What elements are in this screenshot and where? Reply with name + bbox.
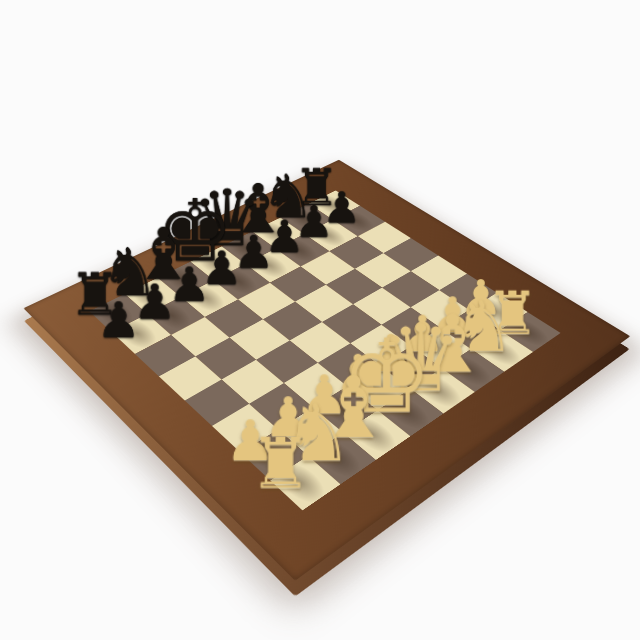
chessboard-scene: ♜♟♟♜♞♟♟♞♝♟♟♝♛♟♟♛♚♟♟♚♝♟♟♝♞♟♟♞♜♟♟♜ <box>0 0 640 640</box>
board-grid: ♜♟♟♜♞♟♟♞♝♟♟♝♛♟♟♛♚♟♟♚♝♟♟♝♞♟♟♞♜♟♟♜ <box>89 190 560 510</box>
product-photo: ♜♟♟♜♞♟♟♞♝♟♟♝♛♟♟♛♚♟♟♚♝♟♟♝♞♟♟♞♜♟♟♜ <box>0 0 640 640</box>
piece-white-rook: ♜ <box>237 428 324 498</box>
board-frame: ♜♟♟♜♞♟♟♞♝♟♟♝♛♟♟♛♚♟♟♚♝♟♟♝♞♟♟♞♜♟♟♜ <box>23 160 630 581</box>
piece-black-pawn: ♟ <box>88 295 150 344</box>
chessboard: ♜♟♟♜♞♟♟♞♝♟♟♝♛♟♟♛♚♟♟♚♝♟♟♝♞♟♟♞♜♟♟♜ <box>23 160 630 581</box>
